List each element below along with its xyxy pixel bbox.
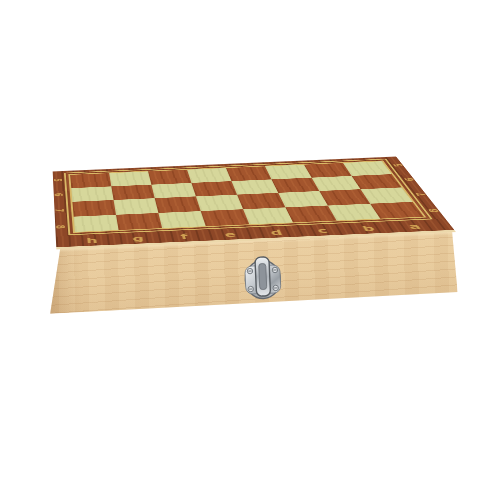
- product-photo-stage: hgfedcba 5678 5678: [0, 0, 500, 500]
- board-square-e8: [201, 209, 250, 226]
- metal-clasp-icon: [241, 252, 285, 302]
- chess-box: hgfedcba 5678 5678: [41, 143, 460, 331]
- board-square-h8: [74, 215, 119, 232]
- rank-label-right-5: 5: [378, 162, 417, 168]
- rank-label-right-8: 8: [412, 207, 455, 214]
- rank-label-right-7: 7: [400, 191, 442, 198]
- board-square-d8: [243, 207, 293, 224]
- board-pinstripe-inner: [68, 161, 426, 233]
- board-grid: [70, 161, 424, 232]
- rank-label-right-6: 6: [389, 176, 430, 182]
- board-square-f8: [158, 211, 205, 228]
- board-square-g8: [116, 213, 162, 230]
- board-top-projection: hgfedcba 5678 5678: [0, 35, 456, 249]
